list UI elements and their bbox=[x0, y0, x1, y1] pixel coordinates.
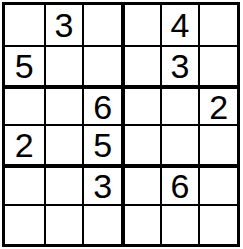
cell-r4c1: 2 bbox=[5, 124, 44, 164]
given-digit: 5 bbox=[15, 49, 34, 83]
cell-r2c6[interactable] bbox=[198, 45, 237, 85]
cell-r3c2[interactable] bbox=[44, 85, 83, 125]
cell-r6c6[interactable] bbox=[198, 204, 237, 244]
cell-r4c5[interactable] bbox=[160, 124, 199, 164]
given-digit: 6 bbox=[93, 90, 112, 124]
cell-r3c1[interactable] bbox=[5, 85, 44, 125]
cell-r4c4[interactable] bbox=[121, 124, 160, 164]
cell-r5c3: 3 bbox=[82, 164, 121, 204]
cell-r2c1: 5 bbox=[5, 45, 44, 85]
cell-r5c1[interactable] bbox=[5, 164, 44, 204]
cell-r5c6[interactable] bbox=[198, 164, 237, 204]
cell-r6c3[interactable] bbox=[82, 204, 121, 244]
cell-r3c4[interactable] bbox=[121, 85, 160, 125]
cell-r3c5[interactable] bbox=[160, 85, 199, 125]
given-digit: 2 bbox=[209, 90, 228, 124]
cell-r4c2[interactable] bbox=[44, 124, 83, 164]
given-digit: 4 bbox=[171, 8, 190, 42]
given-digit: 3 bbox=[93, 169, 112, 203]
given-digit: 5 bbox=[93, 128, 112, 162]
cell-r6c5[interactable] bbox=[160, 204, 199, 244]
cell-r6c2[interactable] bbox=[44, 204, 83, 244]
cell-r2c5: 3 bbox=[160, 45, 199, 85]
cell-r1c1[interactable] bbox=[5, 5, 44, 45]
cell-r3c3: 6 bbox=[82, 85, 121, 125]
cell-r5c4[interactable] bbox=[121, 164, 160, 204]
sudoku-board: 3453622536 bbox=[2, 2, 240, 247]
cell-r2c4[interactable] bbox=[121, 45, 160, 85]
given-digit: 2 bbox=[15, 128, 34, 162]
given-digit: 3 bbox=[171, 49, 190, 83]
cell-r6c1[interactable] bbox=[5, 204, 44, 244]
cell-r4c3: 5 bbox=[82, 124, 121, 164]
cell-r1c3[interactable] bbox=[82, 5, 121, 45]
cell-r2c3[interactable] bbox=[82, 45, 121, 85]
given-digit: 3 bbox=[55, 8, 74, 42]
cell-r1c2: 3 bbox=[44, 5, 83, 45]
cell-r3c6: 2 bbox=[198, 85, 237, 125]
cell-r5c5: 6 bbox=[160, 164, 199, 204]
given-digit: 6 bbox=[171, 169, 190, 203]
cell-r2c2[interactable] bbox=[44, 45, 83, 85]
cell-r1c5: 4 bbox=[160, 5, 199, 45]
cell-r4c6[interactable] bbox=[198, 124, 237, 164]
cell-r5c2[interactable] bbox=[44, 164, 83, 204]
cell-r1c6[interactable] bbox=[198, 5, 237, 45]
cell-r1c4[interactable] bbox=[121, 5, 160, 45]
cell-r6c4[interactable] bbox=[121, 204, 160, 244]
